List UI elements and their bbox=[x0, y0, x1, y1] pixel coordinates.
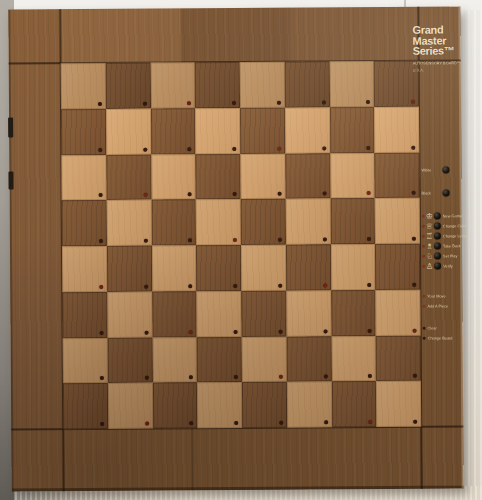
control-row: Clear bbox=[423, 323, 471, 332]
status-row: Your Move bbox=[422, 291, 470, 300]
square-c3[interactable] bbox=[152, 291, 197, 337]
sensor-hole bbox=[368, 420, 372, 424]
button-label: Change Level bbox=[443, 234, 467, 238]
square-b3[interactable] bbox=[107, 291, 152, 337]
playing-field bbox=[61, 61, 422, 429]
sensor-hole bbox=[277, 146, 281, 150]
square-e4[interactable] bbox=[241, 245, 286, 291]
square-a3[interactable] bbox=[62, 292, 107, 338]
change-level-button[interactable] bbox=[434, 233, 441, 240]
square-a5[interactable] bbox=[62, 200, 107, 246]
square-h2[interactable] bbox=[376, 335, 421, 381]
sensor-hole bbox=[368, 329, 372, 333]
square-e6[interactable] bbox=[240, 153, 285, 199]
panel-row: ♖ Change Level bbox=[422, 231, 470, 240]
frame-plank bbox=[60, 8, 180, 63]
edge-connector bbox=[8, 172, 13, 190]
frame-seam bbox=[191, 428, 193, 490]
square-b8[interactable] bbox=[105, 63, 150, 109]
king-icon: ♔ bbox=[425, 212, 434, 220]
sensor-hole bbox=[413, 420, 417, 424]
sensor-hole bbox=[143, 193, 147, 197]
button-label: Verify bbox=[443, 264, 453, 268]
sensor-hole bbox=[412, 282, 416, 286]
square-c2[interactable] bbox=[152, 337, 197, 383]
indicator-row-white: White bbox=[421, 165, 469, 174]
square-b5[interactable] bbox=[106, 200, 151, 246]
square-d1[interactable] bbox=[197, 382, 242, 428]
clear-led bbox=[423, 327, 426, 330]
square-f8[interactable] bbox=[284, 61, 329, 107]
square-e5[interactable] bbox=[241, 199, 286, 245]
sensor-hole bbox=[98, 147, 102, 151]
sensor-hole bbox=[100, 376, 104, 380]
sensor-hole bbox=[233, 284, 237, 288]
square-f5[interactable] bbox=[285, 199, 330, 245]
square-h1[interactable] bbox=[376, 381, 421, 427]
square-d6[interactable] bbox=[196, 153, 241, 199]
sensor-hole bbox=[322, 237, 326, 241]
sensor-hole bbox=[188, 193, 192, 197]
sensor-hole bbox=[144, 376, 148, 380]
square-h6[interactable] bbox=[375, 152, 420, 198]
sensor-hole bbox=[143, 147, 147, 151]
sensor-hole bbox=[234, 329, 238, 333]
square-g6[interactable] bbox=[330, 153, 375, 199]
square-h3[interactable] bbox=[376, 289, 421, 335]
square-d8[interactable] bbox=[195, 62, 240, 108]
control-label: Change Board bbox=[428, 336, 453, 340]
sensor-hole bbox=[234, 421, 238, 425]
square-h5[interactable] bbox=[375, 198, 420, 244]
sensor-hole bbox=[278, 238, 282, 242]
square-g2[interactable] bbox=[331, 336, 376, 382]
sensor-hole bbox=[188, 147, 192, 151]
edge-connector bbox=[8, 118, 13, 138]
square-f3[interactable] bbox=[286, 290, 331, 336]
sensor-hole bbox=[323, 329, 327, 333]
square-c8[interactable] bbox=[150, 62, 195, 108]
sensor-hole bbox=[143, 239, 147, 243]
black-indicator-button[interactable] bbox=[443, 190, 450, 197]
sensor-hole bbox=[142, 101, 146, 105]
verify-button[interactable] bbox=[434, 263, 441, 270]
panel-row: ♔ New Game bbox=[422, 211, 470, 220]
sensor-hole bbox=[323, 283, 327, 287]
sensor-hole bbox=[98, 102, 102, 106]
sensor-hole bbox=[232, 146, 236, 150]
button-label: Take Back bbox=[443, 244, 461, 248]
square-d3[interactable] bbox=[197, 291, 242, 337]
status-row: Add A Piece bbox=[422, 301, 470, 310]
queen-icon: ♕ bbox=[425, 222, 434, 230]
sensor-hole bbox=[411, 99, 415, 103]
square-d7[interactable] bbox=[195, 108, 240, 154]
square-f1[interactable] bbox=[287, 382, 332, 428]
square-f7[interactable] bbox=[285, 107, 330, 153]
sensor-hole bbox=[189, 421, 193, 425]
sensor-hole bbox=[100, 422, 104, 426]
square-g8[interactable] bbox=[329, 61, 374, 107]
square-e1[interactable] bbox=[242, 382, 287, 428]
square-c5[interactable] bbox=[151, 200, 196, 246]
sensor-hole bbox=[412, 237, 416, 241]
sensor-hole bbox=[368, 374, 372, 378]
square-b7[interactable] bbox=[106, 108, 151, 154]
sensor-hole bbox=[279, 421, 283, 425]
brand-title-line: Series™ bbox=[413, 45, 467, 56]
square-d2[interactable] bbox=[197, 336, 242, 382]
square-h7[interactable] bbox=[374, 106, 419, 152]
sensor-hole bbox=[99, 239, 103, 243]
button-label: Change Color bbox=[443, 224, 467, 228]
rook-icon: ♖ bbox=[425, 232, 434, 240]
sensor-hole bbox=[367, 237, 371, 241]
square-b1[interactable] bbox=[108, 383, 153, 429]
sensor-hole bbox=[144, 284, 148, 288]
square-e2[interactable] bbox=[242, 336, 287, 382]
status-label: Add A Piece bbox=[427, 304, 448, 308]
sensor-hole bbox=[232, 101, 236, 105]
sensor-hole bbox=[144, 330, 148, 334]
sensor-hole bbox=[322, 192, 326, 196]
square-e7[interactable] bbox=[240, 107, 285, 153]
panel-row: ♙ Verify bbox=[422, 261, 470, 270]
indicator-label: Black bbox=[422, 191, 431, 195]
sensor-hole bbox=[279, 375, 283, 379]
sensor-hole bbox=[278, 329, 282, 333]
brand-subtitle: AUTOSENSORY BOARD™ bbox=[413, 61, 443, 65]
your-move-led bbox=[422, 295, 425, 298]
control-label: Clear bbox=[428, 326, 437, 330]
sensor-hole bbox=[98, 193, 102, 197]
sensor-hole bbox=[367, 191, 371, 195]
square-b4[interactable] bbox=[107, 246, 152, 292]
bishop-icon: ♗ bbox=[425, 242, 434, 250]
brand-subtitle-2: U.S.A. bbox=[413, 68, 443, 72]
control-panel: White Black ♔ New Game ♕ Change Color ♖ … bbox=[421, 161, 470, 351]
sensor-hole bbox=[233, 192, 237, 196]
square-g7[interactable] bbox=[330, 107, 375, 153]
square-b6[interactable] bbox=[106, 154, 151, 200]
sensor-hole bbox=[278, 283, 282, 287]
square-e8[interactable] bbox=[240, 62, 285, 108]
square-g3[interactable] bbox=[331, 290, 376, 336]
square-d4[interactable] bbox=[196, 245, 241, 291]
square-g1[interactable] bbox=[331, 381, 376, 427]
panel-row: ♘ Set Play bbox=[422, 251, 470, 260]
knight-icon: ♘ bbox=[425, 252, 434, 260]
sensor-hole bbox=[413, 328, 417, 332]
square-f4[interactable] bbox=[286, 244, 331, 290]
status-label: Your Move bbox=[427, 294, 445, 298]
sensor-hole bbox=[145, 422, 149, 426]
sensor-hole bbox=[412, 191, 416, 195]
frame-plank bbox=[180, 8, 290, 63]
square-a8[interactable] bbox=[61, 63, 106, 109]
sensor-hole bbox=[322, 146, 326, 150]
sensor-hole bbox=[321, 100, 325, 104]
square-h4[interactable] bbox=[375, 244, 420, 290]
sensor-hole bbox=[277, 192, 281, 196]
square-e3[interactable] bbox=[241, 290, 286, 336]
square-a6[interactable] bbox=[61, 154, 106, 200]
sensor-hole bbox=[324, 420, 328, 424]
white-indicator-button[interactable] bbox=[442, 167, 449, 174]
square-b2[interactable] bbox=[107, 337, 152, 383]
square-c4[interactable] bbox=[151, 245, 196, 291]
indicator-row-black: Black bbox=[422, 188, 470, 197]
square-a4[interactable] bbox=[62, 246, 107, 292]
control-row: Change Board bbox=[423, 333, 471, 342]
indicator-label: White bbox=[421, 168, 430, 172]
sensor-hole bbox=[99, 285, 103, 289]
panel-row: ♕ Change Color bbox=[422, 221, 470, 230]
square-c1[interactable] bbox=[152, 383, 197, 429]
sensor-hole bbox=[367, 146, 371, 150]
sensor-hole bbox=[187, 101, 191, 105]
square-c7[interactable] bbox=[151, 108, 196, 154]
sensor-hole bbox=[189, 376, 193, 380]
sensor-hole bbox=[233, 238, 237, 242]
button-label: New Game bbox=[443, 214, 462, 218]
change-color-button[interactable] bbox=[434, 223, 441, 230]
square-d5[interactable] bbox=[196, 199, 241, 245]
sensor-hole bbox=[366, 100, 370, 104]
square-c6[interactable] bbox=[151, 154, 196, 200]
sensor-hole bbox=[411, 145, 415, 149]
sensor-hole bbox=[413, 374, 417, 378]
sensor-hole bbox=[234, 375, 238, 379]
square-a7[interactable] bbox=[61, 109, 106, 155]
panel-row: ♗ Take Back bbox=[422, 241, 470, 250]
add-piece-led bbox=[422, 305, 425, 308]
set-play-button[interactable] bbox=[434, 253, 441, 260]
sensor-hole bbox=[99, 330, 103, 334]
square-g4[interactable] bbox=[330, 244, 375, 290]
square-a2[interactable] bbox=[63, 337, 108, 383]
square-g5[interactable] bbox=[330, 198, 375, 244]
sensor-hole bbox=[188, 238, 192, 242]
change-board-led bbox=[423, 337, 426, 340]
sensor-hole bbox=[367, 283, 371, 287]
square-f2[interactable] bbox=[286, 336, 331, 382]
square-f6[interactable] bbox=[285, 153, 330, 199]
product-label: Grand Master Series™ AUTOSENSORY BOARD™ … bbox=[412, 24, 466, 73]
sensor-hole bbox=[188, 284, 192, 288]
square-a1[interactable] bbox=[63, 383, 108, 429]
new-game-button[interactable] bbox=[434, 213, 441, 220]
sensor-hole bbox=[189, 330, 193, 334]
pawn-icon: ♙ bbox=[425, 262, 434, 270]
sensor-hole bbox=[323, 375, 327, 379]
take-back-button[interactable] bbox=[434, 243, 441, 250]
sensor-hole bbox=[277, 100, 281, 104]
button-label: Set Play bbox=[443, 254, 457, 258]
chess-board: Grand Master Series™ AUTOSENSORY BOARD™ … bbox=[8, 6, 463, 491]
